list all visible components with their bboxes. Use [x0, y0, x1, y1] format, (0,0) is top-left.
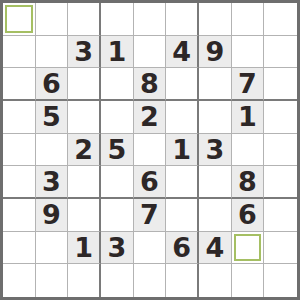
cell-r1c7[interactable]: [199, 3, 232, 36]
selected-cell-outline: [234, 234, 262, 262]
cell-r7c1[interactable]: [3, 199, 36, 232]
cell-r5c8[interactable]: [232, 134, 265, 167]
cell-r9c9[interactable]: [264, 264, 297, 297]
cell-r4c2[interactable]: 5: [36, 101, 69, 134]
cell-r7c6[interactable]: [166, 199, 199, 232]
cell-r5c1[interactable]: [3, 134, 36, 167]
cell-r1c6[interactable]: [166, 3, 199, 36]
cell-r9c2[interactable]: [36, 264, 69, 297]
cell-r4c1[interactable]: [3, 101, 36, 134]
cell-r6c7[interactable]: [199, 166, 232, 199]
cell-r1c8[interactable]: [232, 3, 265, 36]
cell-r9c1[interactable]: [3, 264, 36, 297]
cell-r5c9[interactable]: [264, 134, 297, 167]
cell-r2c4[interactable]: 1: [101, 36, 134, 69]
cell-r6c6[interactable]: [166, 166, 199, 199]
cell-r3c3[interactable]: [68, 68, 101, 101]
cell-r1c9[interactable]: [264, 3, 297, 36]
cell-r7c4[interactable]: [101, 199, 134, 232]
cell-r8c2[interactable]: [36, 232, 69, 265]
cell-r4c4[interactable]: [101, 101, 134, 134]
cell-r7c8[interactable]: 6: [232, 199, 265, 232]
cell-r5c3[interactable]: 2: [68, 134, 101, 167]
cell-r6c1[interactable]: [3, 166, 36, 199]
cell-r4c7[interactable]: [199, 101, 232, 134]
cell-r7c9[interactable]: [264, 199, 297, 232]
cell-r2c8[interactable]: [232, 36, 265, 69]
selected-cell-outline: [5, 5, 33, 33]
cell-r4c5[interactable]: 2: [134, 101, 167, 134]
cell-r6c3[interactable]: [68, 166, 101, 199]
cell-r3c5[interactable]: 8: [134, 68, 167, 101]
cell-r9c8[interactable]: [232, 264, 265, 297]
cell-r7c7[interactable]: [199, 199, 232, 232]
cell-r5c2[interactable]: [36, 134, 69, 167]
cell-r9c5[interactable]: [134, 264, 167, 297]
cell-r6c8[interactable]: 8: [232, 166, 265, 199]
cell-r6c9[interactable]: [264, 166, 297, 199]
cell-r6c2[interactable]: 3: [36, 166, 69, 199]
cell-r8c9[interactable]: [264, 232, 297, 265]
cell-r7c5[interactable]: 7: [134, 199, 167, 232]
cell-r9c3[interactable]: [68, 264, 101, 297]
cell-r1c3[interactable]: [68, 3, 101, 36]
cell-r1c2[interactable]: [36, 3, 69, 36]
cell-r8c8[interactable]: [232, 232, 265, 265]
cell-r8c4[interactable]: 3: [101, 232, 134, 265]
cell-r2c9[interactable]: [264, 36, 297, 69]
cell-r2c1[interactable]: [3, 36, 36, 69]
cell-r8c5[interactable]: [134, 232, 167, 265]
cell-r8c7[interactable]: 4: [199, 232, 232, 265]
cell-r3c6[interactable]: [166, 68, 199, 101]
cell-r3c9[interactable]: [264, 68, 297, 101]
cell-r3c4[interactable]: [101, 68, 134, 101]
cell-r9c4[interactable]: [101, 264, 134, 297]
cell-r1c1[interactable]: [3, 3, 36, 36]
cell-r3c2[interactable]: 6: [36, 68, 69, 101]
cell-r8c6[interactable]: 6: [166, 232, 199, 265]
cell-r5c7[interactable]: 3: [199, 134, 232, 167]
cell-r6c5[interactable]: 6: [134, 166, 167, 199]
cell-r9c6[interactable]: [166, 264, 199, 297]
cell-r8c1[interactable]: [3, 232, 36, 265]
cell-r5c4[interactable]: 5: [101, 134, 134, 167]
cell-r2c2[interactable]: [36, 36, 69, 69]
cell-r2c3[interactable]: 3: [68, 36, 101, 69]
cell-r2c7[interactable]: 9: [199, 36, 232, 69]
cell-r2c6[interactable]: 4: [166, 36, 199, 69]
cell-r5c6[interactable]: 1: [166, 134, 199, 167]
cell-r6c4[interactable]: [101, 166, 134, 199]
cell-r8c3[interactable]: 1: [68, 232, 101, 265]
cell-r3c7[interactable]: [199, 68, 232, 101]
cell-r5c5[interactable]: [134, 134, 167, 167]
cell-r1c5[interactable]: [134, 3, 167, 36]
cell-r4c8[interactable]: 1: [232, 101, 265, 134]
cell-r1c4[interactable]: [101, 3, 134, 36]
cell-r4c9[interactable]: [264, 101, 297, 134]
cell-r3c8[interactable]: 7: [232, 68, 265, 101]
cell-r4c6[interactable]: [166, 101, 199, 134]
cell-r7c3[interactable]: [68, 199, 101, 232]
cell-r2c5[interactable]: [134, 36, 167, 69]
cell-r4c3[interactable]: [68, 101, 101, 134]
sudoku-board: 314968752125133689761364: [0, 0, 300, 300]
cell-r9c7[interactable]: [199, 264, 232, 297]
cell-r7c2[interactable]: 9: [36, 199, 69, 232]
cell-r3c1[interactable]: [3, 68, 36, 101]
